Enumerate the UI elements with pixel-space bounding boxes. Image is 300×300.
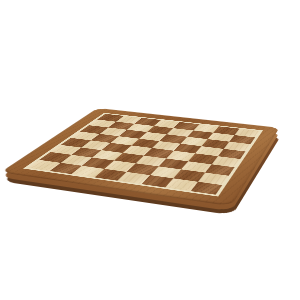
chessboard	[44, 40, 260, 256]
product-photo	[0, 0, 300, 300]
board-frame	[0, 108, 279, 206]
board-square	[190, 181, 222, 194]
